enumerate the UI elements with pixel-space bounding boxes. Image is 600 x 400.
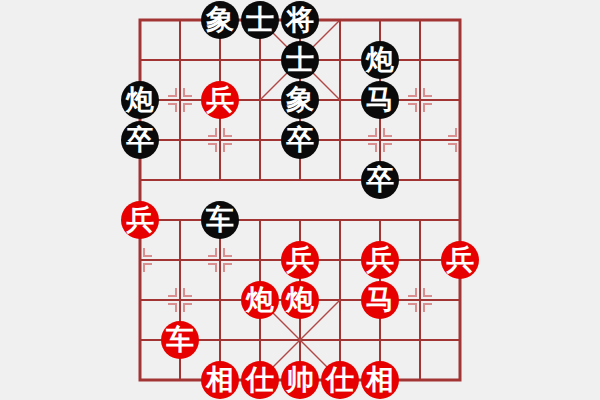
piece-red-soldier[interactable]: 兵 xyxy=(281,241,319,279)
piece-black-advisor[interactable]: 士 xyxy=(241,1,279,39)
piece-red-horse[interactable]: 马 xyxy=(361,281,399,319)
piece-black-soldier[interactable]: 卒 xyxy=(361,161,399,199)
piece-black-advisor[interactable]: 士 xyxy=(281,41,319,79)
piece-red-advisor[interactable]: 仕 xyxy=(321,361,359,399)
piece-red-elephant[interactable]: 相 xyxy=(361,361,399,399)
piece-red-soldier[interactable]: 兵 xyxy=(361,241,399,279)
piece-black-soldier[interactable]: 卒 xyxy=(281,121,319,159)
piece-black-chariot[interactable]: 车 xyxy=(201,201,239,239)
piece-red-soldier[interactable]: 兵 xyxy=(121,201,159,239)
piece-black-elephant[interactable]: 象 xyxy=(201,1,239,39)
board: 象士将士炮炮兵象马卒卒卒兵车兵兵兵炮炮马车相仕帅仕相 xyxy=(120,0,480,400)
piece-black-cannon[interactable]: 炮 xyxy=(121,81,159,119)
piece-black-soldier[interactable]: 卒 xyxy=(121,121,159,159)
piece-red-elephant[interactable]: 相 xyxy=(201,361,239,399)
piece-red-soldier[interactable]: 兵 xyxy=(201,81,239,119)
piece-black-horse[interactable]: 马 xyxy=(361,81,399,119)
piece-red-cannon[interactable]: 炮 xyxy=(241,281,279,319)
piece-black-cannon[interactable]: 炮 xyxy=(361,41,399,79)
piece-red-cannon[interactable]: 炮 xyxy=(281,281,319,319)
piece-red-advisor[interactable]: 仕 xyxy=(241,361,279,399)
piece-black-king[interactable]: 将 xyxy=(281,1,319,39)
piece-red-soldier[interactable]: 兵 xyxy=(441,241,479,279)
piece-red-king[interactable]: 帅 xyxy=(281,361,319,399)
piece-black-elephant[interactable]: 象 xyxy=(281,81,319,119)
piece-red-chariot[interactable]: 车 xyxy=(161,321,199,359)
xiangqi-screen: 象士将士炮炮兵象马卒卒卒兵车兵兵兵炮炮马车相仕帅仕相 xyxy=(0,0,600,400)
